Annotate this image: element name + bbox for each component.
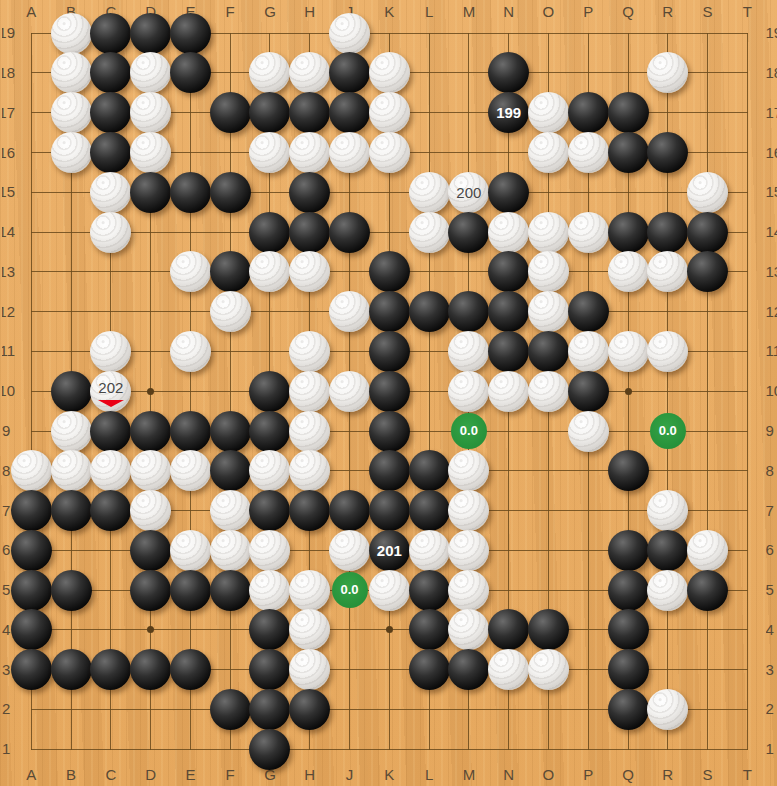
stone-black [488, 609, 529, 650]
stone-black [210, 570, 251, 611]
stone-white [249, 132, 290, 173]
column-label: F [215, 765, 245, 785]
stone-white [647, 689, 688, 730]
stone-white [528, 291, 569, 332]
stone-black [568, 371, 609, 412]
stone-white [289, 570, 330, 611]
stone-white [369, 92, 410, 133]
column-label: K [374, 765, 404, 785]
stone-black [90, 490, 131, 531]
stone-black [90, 649, 131, 690]
stone-white [568, 212, 609, 253]
stone-white [369, 132, 410, 173]
stone-black [11, 490, 52, 531]
stone-black [369, 251, 410, 292]
stone-white [528, 649, 569, 690]
stone-white [448, 450, 489, 491]
stone-white [528, 132, 569, 173]
stone-black [11, 530, 52, 571]
ai-suggestion[interactable]: 0.0 [332, 572, 368, 608]
stone-white [170, 251, 211, 292]
column-label: J [335, 765, 365, 785]
stone-white [329, 530, 370, 571]
column-label: Q [613, 2, 643, 22]
stone-black [647, 132, 688, 173]
column-label: O [533, 2, 563, 22]
stone-black [249, 689, 290, 730]
stone-black [608, 212, 649, 253]
stone-white [448, 331, 489, 372]
column-label: N [494, 2, 524, 22]
stone-white [289, 450, 330, 491]
stone-black [210, 172, 251, 213]
ai-suggestion[interactable]: 0.0 [650, 413, 686, 449]
stone-black [488, 331, 529, 372]
stone-white [51, 13, 92, 54]
stone-black [170, 411, 211, 452]
stone-black [51, 490, 92, 531]
stone-white [448, 490, 489, 531]
stone-black [448, 212, 489, 253]
stone-black [608, 609, 649, 650]
stone-black [608, 570, 649, 611]
stone-black [11, 570, 52, 611]
column-label: A [16, 765, 46, 785]
stone-black [608, 689, 649, 730]
stone-white [409, 530, 450, 571]
stone-black [448, 649, 489, 690]
column-label: L [414, 2, 444, 22]
mistake-triangle-icon [98, 400, 124, 407]
stone-white [51, 92, 92, 133]
row-label: 15 [766, 182, 777, 202]
stone-black [369, 530, 410, 571]
stone-white [170, 331, 211, 372]
star-point [625, 388, 632, 395]
stone-black [409, 450, 450, 491]
stone-white [130, 52, 171, 93]
row-label: 14 [766, 222, 777, 242]
column-label: M [454, 765, 484, 785]
column-label: D [136, 765, 166, 785]
stone-black [210, 689, 251, 730]
stone-white [130, 132, 171, 173]
stone-black [289, 92, 330, 133]
stone-white [249, 570, 290, 611]
row-label: 1 [766, 739, 777, 759]
stone-black [329, 212, 370, 253]
stone-black [289, 689, 330, 730]
stone-black [130, 411, 171, 452]
stone-black [608, 92, 649, 133]
stone-white [647, 251, 688, 292]
stone-black [647, 530, 688, 571]
stone-white [11, 450, 52, 491]
column-label: E [175, 765, 205, 785]
stone-white [289, 371, 330, 412]
stone-white [90, 331, 131, 372]
stone-white [409, 212, 450, 253]
stone-black [488, 52, 529, 93]
stone-black [687, 570, 728, 611]
stone-black [130, 570, 171, 611]
stone-white [448, 172, 489, 213]
row-label: 6 [766, 540, 777, 560]
stone-white [289, 251, 330, 292]
stone-black [369, 291, 410, 332]
stone-white [488, 649, 529, 690]
stone-white [528, 212, 569, 253]
stone-white [210, 530, 251, 571]
stone-white [90, 172, 131, 213]
stone-black [488, 92, 529, 133]
column-label: K [374, 2, 404, 22]
stone-white [51, 132, 92, 173]
column-label: C [96, 765, 126, 785]
row-label: 5 [766, 580, 777, 600]
stone-black [409, 570, 450, 611]
column-label: A [16, 2, 46, 22]
stone-white [687, 172, 728, 213]
row-label: 13 [766, 262, 777, 282]
stone-black [289, 212, 330, 253]
stone-white [488, 371, 529, 412]
stone-black [210, 92, 251, 133]
stone-black [90, 411, 131, 452]
column-label: N [494, 765, 524, 785]
stone-black [130, 530, 171, 571]
row-label: 2 [2, 699, 15, 719]
column-label: T [732, 2, 762, 22]
row-label: 9 [766, 421, 777, 441]
column-label: H [295, 2, 325, 22]
stone-black [249, 649, 290, 690]
star-point [386, 626, 393, 633]
stone-black [329, 490, 370, 531]
stone-black [51, 570, 92, 611]
stone-black [448, 291, 489, 332]
stone-black [210, 450, 251, 491]
column-label: P [573, 2, 603, 22]
stone-black [249, 371, 290, 412]
stone-white [369, 52, 410, 93]
stone-black [409, 609, 450, 650]
stone-black [608, 530, 649, 571]
stone-black [488, 251, 529, 292]
stone-black [51, 371, 92, 412]
stone-white [647, 52, 688, 93]
stone-black [528, 331, 569, 372]
stone-white [329, 132, 370, 173]
row-label: 11 [2, 341, 15, 361]
grid-line [190, 33, 191, 750]
stone-black [170, 52, 211, 93]
column-label: M [454, 2, 484, 22]
stone-black [289, 172, 330, 213]
row-label: 1 [2, 739, 15, 759]
stone-white [249, 530, 290, 571]
stone-white [130, 490, 171, 531]
stone-white [647, 331, 688, 372]
stone-white [329, 371, 370, 412]
row-label: 16 [2, 143, 15, 163]
stone-white [210, 291, 251, 332]
stone-black [608, 649, 649, 690]
row-label: 9 [2, 421, 15, 441]
stone-black [687, 212, 728, 253]
stone-black [329, 92, 370, 133]
stone-black [170, 13, 211, 54]
stone-white [687, 530, 728, 571]
stone-white [329, 13, 370, 54]
stone-black [51, 649, 92, 690]
stone-black [369, 371, 410, 412]
stone-white [608, 251, 649, 292]
stone-black [409, 649, 450, 690]
stone-white [488, 212, 529, 253]
row-label: 17 [2, 103, 15, 123]
stone-white [289, 609, 330, 650]
stone-white [409, 172, 450, 213]
stone-black [608, 132, 649, 173]
stone-black [249, 609, 290, 650]
stone-white [90, 212, 131, 253]
row-label: 12 [766, 302, 777, 322]
column-label: Q [613, 765, 643, 785]
stone-black [90, 132, 131, 173]
stone-white [130, 450, 171, 491]
stone-white [289, 411, 330, 452]
ai-suggestion[interactable]: 0.0 [451, 413, 487, 449]
column-label: R [653, 765, 683, 785]
row-label: 15 [2, 182, 15, 202]
stone-white [51, 411, 92, 452]
stone-black [409, 490, 450, 531]
row-label: 14 [2, 222, 15, 242]
stone-black [369, 490, 410, 531]
grid-line [31, 749, 748, 750]
row-label: 18 [766, 63, 777, 83]
column-label: S [693, 2, 723, 22]
row-label: 3 [766, 660, 777, 680]
stone-black [210, 411, 251, 452]
row-label: 2 [766, 699, 777, 719]
stone-black [90, 52, 131, 93]
stone-white [249, 52, 290, 93]
row-label: 19 [766, 23, 777, 43]
row-label: 4 [766, 620, 777, 640]
stone-white [448, 530, 489, 571]
stone-black [369, 450, 410, 491]
stone-black [528, 609, 569, 650]
column-label: R [653, 2, 683, 22]
column-label: G [255, 2, 285, 22]
stone-white [448, 570, 489, 611]
stone-black [170, 649, 211, 690]
row-label: 8 [766, 461, 777, 481]
column-label: F [215, 2, 245, 22]
stone-white [210, 490, 251, 531]
stone-white [528, 251, 569, 292]
grid-line [230, 33, 231, 750]
stone-white [329, 291, 370, 332]
row-label: 10 [766, 381, 777, 401]
stone-black [687, 251, 728, 292]
stone-black [369, 331, 410, 372]
stone-white [647, 490, 688, 531]
column-label: L [414, 765, 444, 785]
stone-white [528, 371, 569, 412]
stone-white [289, 649, 330, 690]
stone-white [51, 450, 92, 491]
stone-white [289, 52, 330, 93]
stone-white [369, 570, 410, 611]
stone-black [488, 172, 529, 213]
stone-white [289, 132, 330, 173]
stone-black [249, 729, 290, 770]
stone-black [11, 609, 52, 650]
stone-black [647, 212, 688, 253]
row-label: 16 [766, 143, 777, 163]
stone-white [90, 450, 131, 491]
row-label: 13 [2, 262, 15, 282]
stone-white [289, 331, 330, 372]
stone-white [448, 371, 489, 412]
stone-black [249, 490, 290, 531]
go-board[interactable]: AABBCCDDEEFFGGHHJJKKLLMMNNOOPPQQRRSSTT19… [0, 0, 777, 786]
row-label: 10 [2, 381, 15, 401]
stone-black [488, 291, 529, 332]
stone-white [608, 331, 649, 372]
stone-white [249, 251, 290, 292]
grid-line [747, 33, 748, 750]
column-label: P [573, 765, 603, 785]
grid-line [707, 33, 708, 750]
stone-white [647, 570, 688, 611]
stone-black [369, 411, 410, 452]
row-label: 19 [2, 23, 15, 43]
row-label: 12 [2, 302, 15, 322]
row-label: 18 [2, 63, 15, 83]
stone-black [568, 92, 609, 133]
stone-black [249, 92, 290, 133]
stone-white [51, 52, 92, 93]
stone-black [130, 649, 171, 690]
stone-white [130, 92, 171, 133]
stone-black [249, 212, 290, 253]
stone-black [130, 172, 171, 213]
stone-black [90, 13, 131, 54]
stone-white [170, 530, 211, 571]
row-label: 7 [766, 501, 777, 521]
column-label: O [533, 765, 563, 785]
stone-black [90, 92, 131, 133]
column-label: H [295, 765, 325, 785]
row-label: 17 [766, 103, 777, 123]
stone-white [170, 450, 211, 491]
row-label: 11 [766, 341, 777, 361]
stone-black [409, 291, 450, 332]
stone-black [329, 52, 370, 93]
column-label: B [56, 765, 86, 785]
stone-white [249, 450, 290, 491]
stone-white [568, 411, 609, 452]
stone-black [11, 649, 52, 690]
star-point [147, 388, 154, 395]
stone-black [210, 251, 251, 292]
star-point [147, 626, 154, 633]
stone-white [568, 132, 609, 173]
stone-black [130, 13, 171, 54]
stone-white [568, 331, 609, 372]
stone-black [608, 450, 649, 491]
stone-black [170, 570, 211, 611]
stone-white [528, 92, 569, 133]
stone-black [568, 291, 609, 332]
stone-white [448, 609, 489, 650]
stone-black [289, 490, 330, 531]
stone-black [170, 172, 211, 213]
column-label: T [732, 765, 762, 785]
stone-black [249, 411, 290, 452]
column-label: S [693, 765, 723, 785]
